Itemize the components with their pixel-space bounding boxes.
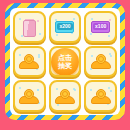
coupon-purple-label: x100 [93, 23, 108, 30]
prize-cell-coins-5 [84, 80, 117, 112]
lucky-draw-frame: x200 x100 点击 抽奖 [5, 3, 125, 120]
coin-pile-icon [90, 54, 112, 69]
coupon-blue-label: x200 [57, 23, 72, 30]
draw-button-line2: 抽奖 [58, 62, 72, 70]
prize-cell-coins-1 [13, 46, 46, 78]
coin-pile-icon [54, 89, 76, 104]
prize-cell-coupon-100: x100 [84, 11, 117, 43]
coupon-purple-icon: x100 [91, 21, 110, 33]
prize-cell-red-packet [13, 11, 46, 43]
coin-pile-icon [18, 54, 40, 69]
prize-cell-coins-4 [49, 80, 82, 112]
draw-button-line1: 点击 [58, 54, 72, 62]
prize-cell-coupon-200: x200 [49, 11, 82, 43]
lucky-draw-grid: x200 x100 点击 抽奖 [10, 8, 120, 115]
coin-pile-icon [18, 89, 40, 104]
coupon-blue-icon: x200 [55, 21, 74, 33]
coin-pile-icon [90, 89, 112, 104]
gift-icon [21, 17, 38, 37]
prize-cell-coins-2 [84, 46, 117, 78]
draw-button-cell[interactable]: 点击 抽奖 [49, 46, 82, 78]
draw-button[interactable]: 点击 抽奖 [51, 48, 79, 76]
prize-cell-coins-3 [13, 80, 46, 112]
